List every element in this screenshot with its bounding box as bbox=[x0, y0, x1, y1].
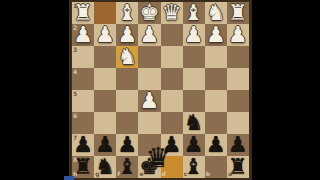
piece-white-king-e1[interactable]: ♚ bbox=[140, 2, 160, 24]
square-d2[interactable] bbox=[161, 24, 183, 46]
piece-white-pawn-b2[interactable]: ♟ bbox=[206, 24, 226, 46]
rank-label-1: 1 bbox=[73, 3, 77, 9]
piece-white-pawn-f2[interactable]: ♟ bbox=[117, 24, 137, 46]
square-g3[interactable] bbox=[94, 46, 116, 68]
square-h5[interactable]: 5 bbox=[72, 90, 94, 112]
piece-black-pawn-b7[interactable]: ♟ bbox=[206, 134, 226, 156]
square-g5[interactable] bbox=[94, 90, 116, 112]
square-c7[interactable]: ♟ bbox=[183, 134, 205, 156]
chess-board-frame: 1♜♝♚♛♝♞♜2♟♟♟♟♟♟♟3♞45♟6♞7♟♟♟♟♟♟♟8h♜g♞f♝e♚… bbox=[69, 0, 252, 180]
square-f5[interactable] bbox=[116, 90, 138, 112]
rank-label-6: 6 bbox=[73, 113, 77, 119]
square-g6[interactable] bbox=[94, 112, 116, 134]
square-c2[interactable]: ♟ bbox=[183, 24, 205, 46]
square-a3[interactable] bbox=[227, 46, 249, 68]
square-h4[interactable]: 4 bbox=[72, 68, 94, 90]
square-c4[interactable] bbox=[183, 68, 205, 90]
square-f4[interactable] bbox=[116, 68, 138, 90]
square-d5[interactable] bbox=[161, 90, 183, 112]
square-c3[interactable] bbox=[183, 46, 205, 68]
square-f7[interactable]: ♟ bbox=[116, 134, 138, 156]
square-b6[interactable] bbox=[205, 112, 227, 134]
file-label-a: a bbox=[228, 171, 232, 177]
square-h2[interactable]: 2♟ bbox=[72, 24, 94, 46]
square-g2[interactable]: ♟ bbox=[94, 24, 116, 46]
square-h3[interactable]: 3 bbox=[72, 46, 94, 68]
square-f2[interactable]: ♟ bbox=[116, 24, 138, 46]
file-label-f: f bbox=[117, 171, 120, 177]
square-a4[interactable] bbox=[227, 68, 249, 90]
square-c8[interactable]: c♝ bbox=[183, 156, 205, 178]
file-label-b: b bbox=[206, 171, 210, 177]
square-g7[interactable]: ♟ bbox=[94, 134, 116, 156]
square-h8[interactable]: 8h♜ bbox=[72, 156, 94, 178]
piece-white-bishop-c1[interactable]: ♝ bbox=[184, 2, 204, 24]
dragged-piece-black-queen[interactable]: ♛ bbox=[145, 141, 171, 175]
rank-label-5: 5 bbox=[73, 91, 77, 97]
piece-black-pawn-c7[interactable]: ♟ bbox=[184, 134, 204, 156]
square-e5[interactable]: ♟ bbox=[138, 90, 160, 112]
square-c6[interactable]: ♞ bbox=[183, 112, 205, 134]
rank-label-7: 7 bbox=[73, 135, 77, 141]
blue-strip-artifact bbox=[64, 176, 74, 180]
file-label-g: g bbox=[95, 171, 99, 177]
square-f1[interactable]: ♝ bbox=[116, 2, 138, 24]
square-h6[interactable]: 6 bbox=[72, 112, 94, 134]
piece-black-pawn-f7[interactable]: ♟ bbox=[117, 134, 137, 156]
square-e1[interactable]: ♚ bbox=[138, 2, 160, 24]
square-f6[interactable] bbox=[116, 112, 138, 134]
square-a6[interactable] bbox=[227, 112, 249, 134]
square-h7[interactable]: 7♟ bbox=[72, 134, 94, 156]
piece-white-pawn-e2[interactable]: ♟ bbox=[140, 24, 160, 46]
piece-white-pawn-g2[interactable]: ♟ bbox=[95, 24, 115, 46]
file-label-e: e bbox=[139, 171, 143, 177]
piece-white-knight-f3[interactable]: ♞ bbox=[117, 46, 137, 68]
square-e2[interactable]: ♟ bbox=[138, 24, 160, 46]
square-b3[interactable] bbox=[205, 46, 227, 68]
square-f3[interactable]: ♞ bbox=[116, 46, 138, 68]
square-b7[interactable]: ♟ bbox=[205, 134, 227, 156]
square-e4[interactable] bbox=[138, 68, 160, 90]
square-a8[interactable]: a♜ bbox=[227, 156, 249, 178]
piece-black-bishop-f8[interactable]: ♝ bbox=[117, 156, 137, 178]
square-d6[interactable] bbox=[161, 112, 183, 134]
piece-white-bishop-f1[interactable]: ♝ bbox=[117, 2, 137, 24]
rank-label-3: 3 bbox=[73, 47, 77, 53]
piece-white-knight-b1[interactable]: ♞ bbox=[206, 2, 226, 24]
piece-black-knight-c6[interactable]: ♞ bbox=[184, 112, 204, 134]
rank-label-8: 8 bbox=[73, 157, 77, 163]
square-a1[interactable]: ♜ bbox=[227, 2, 249, 24]
square-b8[interactable]: b bbox=[205, 156, 227, 178]
piece-white-queen-d1[interactable]: ♛ bbox=[162, 2, 182, 24]
square-e3[interactable] bbox=[138, 46, 160, 68]
square-d3[interactable] bbox=[161, 46, 183, 68]
rank-label-2: 2 bbox=[73, 25, 77, 31]
square-d4[interactable] bbox=[161, 68, 183, 90]
piece-white-pawn-e5[interactable]: ♟ bbox=[140, 90, 160, 112]
square-g1[interactable] bbox=[94, 2, 116, 24]
square-a7[interactable]: ♟ bbox=[227, 134, 249, 156]
square-b1[interactable]: ♞ bbox=[205, 2, 227, 24]
square-b4[interactable] bbox=[205, 68, 227, 90]
piece-white-pawn-c2[interactable]: ♟ bbox=[184, 24, 204, 46]
piece-black-pawn-a7[interactable]: ♟ bbox=[228, 134, 248, 156]
square-g4[interactable] bbox=[94, 68, 116, 90]
piece-white-rook-a1[interactable]: ♜ bbox=[228, 2, 248, 24]
piece-black-pawn-g7[interactable]: ♟ bbox=[95, 134, 115, 156]
square-b2[interactable]: ♟ bbox=[205, 24, 227, 46]
square-a2[interactable]: ♟ bbox=[227, 24, 249, 46]
video-frame: 1♜♝♚♛♝♞♜2♟♟♟♟♟♟♟3♞45♟6♞7♟♟♟♟♟♟♟8h♜g♞f♝e♚… bbox=[0, 0, 320, 180]
square-f8[interactable]: f♝ bbox=[116, 156, 138, 178]
square-a5[interactable] bbox=[227, 90, 249, 112]
file-label-c: c bbox=[184, 171, 188, 177]
square-d1[interactable]: ♛ bbox=[161, 2, 183, 24]
square-c5[interactable] bbox=[183, 90, 205, 112]
square-g8[interactable]: g♞ bbox=[94, 156, 116, 178]
square-c1[interactable]: ♝ bbox=[183, 2, 205, 24]
square-b5[interactable] bbox=[205, 90, 227, 112]
square-h1[interactable]: 1♜ bbox=[72, 2, 94, 24]
rank-label-4: 4 bbox=[73, 69, 77, 75]
square-e6[interactable] bbox=[138, 112, 160, 134]
piece-white-pawn-a2[interactable]: ♟ bbox=[228, 24, 248, 46]
